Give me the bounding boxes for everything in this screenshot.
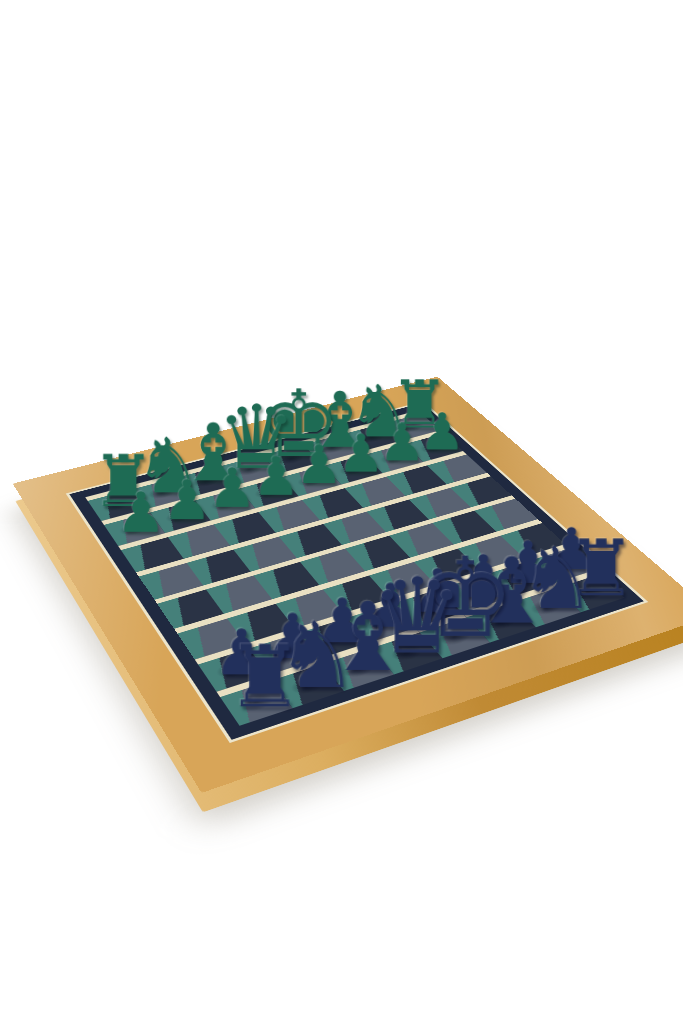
blue-rook-a1[interactable]: ♜ [172, 636, 358, 715]
board-frame: ♜♞♝♛♚♝♞♜♟♟♟♟♟♟♟♟♟♟♟♟♟♟♟♟♜♞♝♛♚♝♞♜ [13, 377, 683, 793]
green-pawn-a7[interactable]: ♟ [62, 487, 221, 538]
chess-board: ♜♞♝♛♚♝♞♜♟♟♟♟♟♟♟♟♟♟♟♟♟♟♟♟♜♞♝♛♚♝♞♜ [13, 377, 683, 793]
square-a7[interactable]: ♟ [101, 509, 165, 546]
product-photo: ♜♞♝♛♚♝♞♜♟♟♟♟♟♟♟♟♟♟♟♟♟♟♟♟♜♞♝♛♚♝♞♜ [0, 0, 683, 1024]
square-a6[interactable] [118, 533, 183, 572]
square-a1[interactable]: ♜ [217, 675, 293, 726]
